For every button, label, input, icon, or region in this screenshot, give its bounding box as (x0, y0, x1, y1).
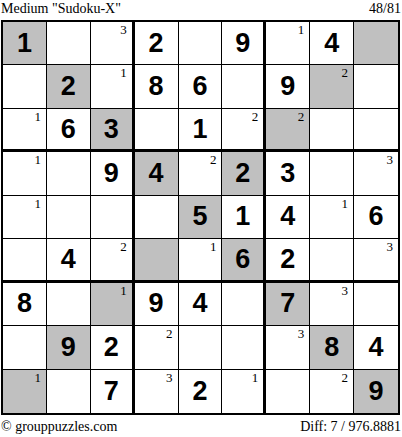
pencil-mark: 3 (342, 284, 349, 298)
cell-value: 9 (104, 160, 119, 187)
cell-r9c3[interactable]: 7 (91, 370, 135, 413)
pencil-mark: 1 (34, 197, 41, 211)
cell-r3c8[interactable] (310, 109, 354, 152)
cell-value: 1 (192, 116, 207, 143)
cell-r8c6[interactable] (222, 326, 266, 369)
cell-r8c1[interactable] (3, 326, 47, 369)
cell-value: 4 (324, 30, 339, 57)
cell-r8c9[interactable]: 4 (354, 326, 398, 369)
cell-r2c5[interactable]: 6 (179, 65, 223, 108)
cell-r9c9[interactable]: 9 (354, 370, 398, 413)
pencil-mark: 1 (120, 66, 127, 80)
cell-r4c4[interactable]: 4 (135, 152, 179, 195)
cell-r6c1[interactable] (3, 239, 47, 282)
pencil-mark: 1 (34, 371, 41, 385)
cell-value: 4 (149, 160, 164, 187)
cell-r1c2[interactable] (47, 22, 91, 65)
cell-value: 4 (192, 290, 207, 317)
cell-r8c8[interactable]: 8 (310, 326, 354, 369)
cell-value: 2 (61, 73, 76, 100)
sudoku-page: Medium "Sudoku-X" 48/81 1329142186921631… (0, 0, 402, 437)
cell-r3c2[interactable]: 6 (47, 109, 91, 152)
pencil-mark: 2 (120, 240, 127, 254)
cell-value: 8 (324, 334, 339, 361)
pencil-mark: 1 (34, 110, 41, 124)
cell-r2c9[interactable] (354, 65, 398, 108)
pencil-mark: 3 (387, 153, 394, 167)
cell-r2c3[interactable]: 1 (91, 65, 135, 108)
cell-r5c1[interactable]: 1 (3, 196, 47, 239)
pencil-mark: 2 (210, 153, 217, 167)
cell-value: 2 (149, 30, 164, 57)
cell-r6c7[interactable]: 2 (266, 239, 310, 282)
cell-r1c4[interactable]: 2 (135, 22, 179, 65)
pencil-mark: 1 (252, 371, 259, 385)
cell-r4c1[interactable]: 1 (3, 152, 47, 195)
page-title: Medium "Sudoku-X" (1, 1, 121, 18)
cell-r3c3[interactable]: 3 (91, 109, 135, 152)
cell-r7c5[interactable]: 4 (179, 283, 223, 326)
pencil-mark: 1 (120, 284, 127, 298)
cell-r7c4[interactable]: 9 (135, 283, 179, 326)
cell-r6c6[interactable]: 6 (222, 239, 266, 282)
cell-r2c2[interactable]: 2 (47, 65, 91, 108)
cell-r5c5[interactable]: 5 (179, 196, 223, 239)
cell-r4c7[interactable]: 3 (266, 152, 310, 195)
pencil-mark: 1 (210, 240, 217, 254)
cell-r3c7[interactable]: 2 (266, 109, 310, 152)
cell-value: 9 (235, 30, 250, 57)
cell-value: 1 (17, 30, 32, 57)
cell-r3c1[interactable]: 1 (3, 109, 47, 152)
cell-r9c7[interactable] (266, 370, 310, 413)
footer: © grouppuzzles.com Diff: 7 / 976.8881 (0, 415, 402, 436)
cell-r5c8[interactable]: 1 (310, 196, 354, 239)
cell-r6c3[interactable]: 2 (91, 239, 135, 282)
cell-r1c1[interactable]: 1 (3, 22, 47, 65)
header: Medium "Sudoku-X" 48/81 (0, 0, 402, 20)
cell-value: 9 (369, 378, 384, 405)
cell-value: 2 (104, 334, 119, 361)
cell-r5c9[interactable]: 6 (354, 196, 398, 239)
pencil-mark: 3 (166, 371, 173, 385)
progress-counter: 48/81 (369, 1, 401, 18)
cell-r4c6[interactable]: 2 (222, 152, 266, 195)
pencil-mark: 2 (166, 327, 173, 341)
cell-value: 8 (149, 73, 164, 100)
pencil-mark: 1 (298, 23, 305, 37)
cell-r4c8[interactable] (310, 152, 354, 195)
pencil-mark: 2 (342, 66, 349, 80)
cell-r1c5[interactable] (179, 22, 223, 65)
cell-r5c4[interactable] (135, 196, 179, 239)
cell-r5c7[interactable]: 4 (266, 196, 310, 239)
cell-r5c6[interactable]: 1 (222, 196, 266, 239)
pencil-mark: 1 (342, 197, 349, 211)
cell-value: 3 (280, 160, 295, 187)
cell-r1c6[interactable]: 9 (222, 22, 266, 65)
cell-r8c3[interactable]: 2 (91, 326, 135, 369)
cell-r8c2[interactable]: 9 (47, 326, 91, 369)
cell-r8c5[interactable] (179, 326, 223, 369)
cell-r6c2[interactable]: 4 (47, 239, 91, 282)
cell-r3c9[interactable] (354, 109, 398, 152)
cell-r9c2[interactable] (47, 370, 91, 413)
cell-r1c3[interactable]: 3 (91, 22, 135, 65)
cell-value: 4 (280, 203, 295, 230)
cell-value: 4 (369, 334, 384, 361)
cell-r7c9[interactable] (354, 283, 398, 326)
cell-r7c6[interactable] (222, 283, 266, 326)
cell-r7c7[interactable]: 7 (266, 283, 310, 326)
cell-value: 6 (235, 246, 250, 273)
cell-value: 9 (61, 334, 76, 361)
cell-r2c8[interactable]: 2 (310, 65, 354, 108)
cell-r3c4[interactable] (135, 109, 179, 152)
cell-value: 4 (61, 246, 76, 273)
cell-r5c2[interactable] (47, 196, 91, 239)
pencil-mark: 2 (252, 110, 259, 124)
cell-value: 8 (17, 290, 32, 317)
cell-value: 7 (280, 290, 295, 317)
cell-r6c9[interactable]: 3 (354, 239, 398, 282)
pencil-mark: 2 (342, 371, 349, 385)
cell-r2c7[interactable]: 9 (266, 65, 310, 108)
pencil-mark: 3 (298, 327, 305, 341)
cell-r1c7[interactable]: 1 (266, 22, 310, 65)
cell-r9c5[interactable]: 2 (179, 370, 223, 413)
cell-r7c3[interactable]: 1 (91, 283, 135, 326)
cell-r6c4[interactable] (135, 239, 179, 282)
cell-r5c3[interactable] (91, 196, 135, 239)
cell-value: 1 (235, 203, 250, 230)
cell-r9c4[interactable]: 3 (135, 370, 179, 413)
cell-r8c4[interactable]: 2 (135, 326, 179, 369)
cell-r3c6[interactable]: 2 (222, 109, 266, 152)
cell-value: 7 (104, 378, 119, 405)
pencil-mark: 1 (34, 153, 41, 167)
cell-value: 5 (192, 203, 207, 230)
cell-r9c1[interactable]: 1 (3, 370, 47, 413)
cell-r9c8[interactable]: 2 (310, 370, 354, 413)
cell-r6c5[interactable]: 1 (179, 239, 223, 282)
cell-value: 9 (280, 73, 295, 100)
pencil-mark: 3 (387, 240, 394, 254)
difficulty-text: Diff: 7 / 976.8881 (300, 419, 401, 436)
cell-value: 6 (61, 116, 76, 143)
cell-value: 2 (192, 378, 207, 405)
cell-r4c5[interactable]: 2 (179, 152, 223, 195)
cell-r6c8[interactable] (310, 239, 354, 282)
cell-r7c2[interactable] (47, 283, 91, 326)
cell-value: 9 (149, 290, 164, 317)
cell-r1c9[interactable] (354, 22, 398, 65)
cell-r4c9[interactable]: 3 (354, 152, 398, 195)
sudoku-board: 1329142186921631221942233151416421623819… (1, 20, 400, 415)
cell-r2c4[interactable]: 8 (135, 65, 179, 108)
pencil-mark: 3 (120, 23, 127, 37)
cell-r4c3[interactable]: 9 (91, 152, 135, 195)
cell-value: 2 (235, 160, 250, 187)
cell-value: 6 (192, 73, 207, 100)
cell-value: 2 (280, 246, 295, 273)
pencil-mark: 2 (298, 110, 305, 124)
cell-value: 3 (104, 116, 119, 143)
cell-r7c8[interactable]: 3 (310, 283, 354, 326)
cell-r9c6[interactable]: 1 (222, 370, 266, 413)
cell-value: 6 (369, 203, 384, 230)
cell-r2c1[interactable] (3, 65, 47, 108)
cell-r1c8[interactable]: 4 (310, 22, 354, 65)
cell-r3c5[interactable]: 1 (179, 109, 223, 152)
cell-r8c7[interactable]: 3 (266, 326, 310, 369)
cell-r7c1[interactable]: 8 (3, 283, 47, 326)
cell-r4c2[interactable] (47, 152, 91, 195)
cell-r2c6[interactable] (222, 65, 266, 108)
copyright-text: © grouppuzzles.com (1, 419, 117, 436)
